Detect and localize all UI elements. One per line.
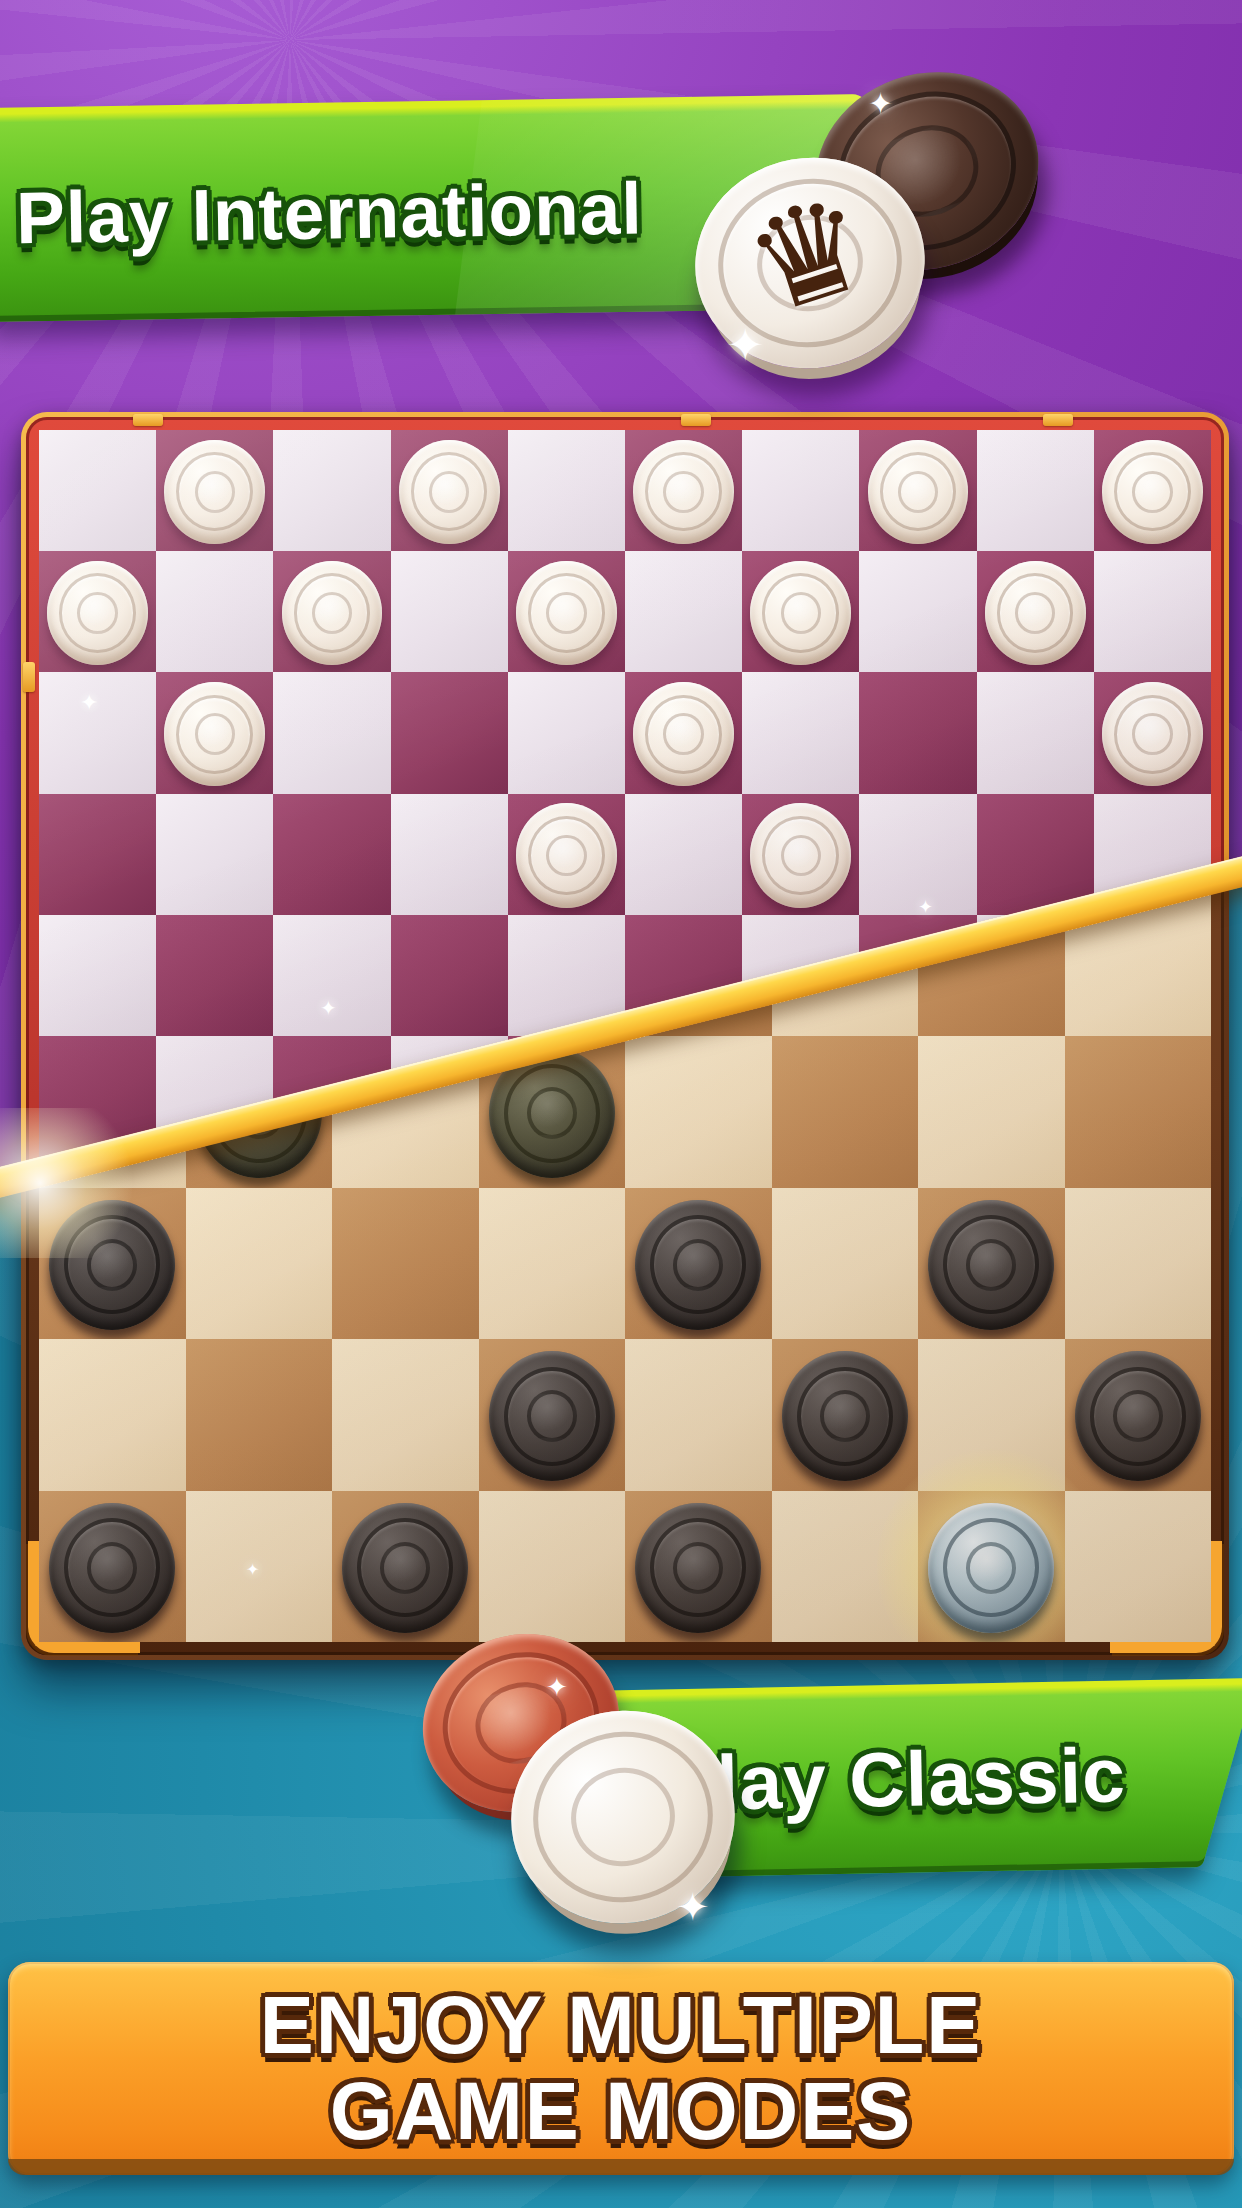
classic-dark-piece-r6c5 — [635, 1200, 761, 1330]
classic-dark-piece-r7c8 — [1075, 1351, 1201, 1481]
enjoy-multiple-game-modes-banner: ENJOY MULTIPLE GAME MODES — [8, 1962, 1234, 2175]
classic-square-r8c3 — [332, 1491, 479, 1643]
intl-square-r3c9 — [977, 672, 1094, 793]
classic-square-r7c8 — [1065, 1339, 1212, 1491]
classic-dark-piece-r7c4 — [489, 1351, 615, 1481]
classic-square-r8c1 — [39, 1491, 186, 1643]
intl-square-r3c10 — [1094, 672, 1211, 793]
intl-white-piece-r1c6 — [633, 440, 734, 544]
classic-square-r8c8 — [1065, 1491, 1212, 1643]
intl-square-r5c1 — [39, 915, 156, 1036]
promo-screen: Play International ♛ Play Classic ENJOY … — [0, 0, 1242, 2208]
intl-square-r3c6 — [625, 672, 742, 793]
intl-white-piece-r2c1 — [47, 561, 148, 665]
intl-square-r5c4 — [391, 915, 508, 1036]
intl-square-r1c9 — [977, 430, 1094, 551]
intl-square-r4c7 — [742, 794, 859, 915]
intl-white-piece-r1c2 — [164, 440, 265, 544]
classic-dark-piece-r6c1 — [49, 1200, 175, 1330]
intl-square-r1c10 — [1094, 430, 1211, 551]
classic-square-r6c4 — [479, 1188, 626, 1340]
intl-square-r1c7 — [742, 430, 859, 551]
classic-square-r6c2 — [186, 1188, 333, 1340]
intl-square-r1c1 — [39, 430, 156, 551]
classic-square-r5c6 — [772, 1036, 919, 1188]
classic-steel-piece-r8c7 — [928, 1503, 1054, 1633]
classic-square-r7c6 — [772, 1339, 919, 1491]
intl-square-r3c4 — [391, 672, 508, 793]
classic-square-r7c2 — [186, 1339, 333, 1491]
classic-square-r5c8 — [1065, 1036, 1212, 1188]
classic-square-r8c2 — [186, 1491, 333, 1643]
intl-square-r1c3 — [273, 430, 390, 551]
intl-square-r3c3 — [273, 672, 390, 793]
play-international-label: Play International — [15, 166, 643, 259]
frame-notch — [133, 414, 163, 426]
classic-square-r8c5 — [625, 1491, 772, 1643]
intl-square-r4c8 — [859, 794, 976, 915]
classic-square-r7c7 — [918, 1339, 1065, 1491]
intl-square-r3c5 — [508, 672, 625, 793]
intl-square-r2c3 — [273, 551, 390, 672]
classic-square-r6c7 — [918, 1188, 1065, 1340]
frame-notch — [23, 662, 35, 692]
intl-square-r2c6 — [625, 551, 742, 672]
classic-square-r5c5 — [625, 1036, 772, 1188]
intl-white-piece-r1c10 — [1102, 440, 1203, 544]
intl-white-piece-r4c5 — [516, 803, 617, 907]
intl-square-r2c2 — [156, 551, 273, 672]
classic-square-r6c5 — [625, 1188, 772, 1340]
intl-square-r1c8 — [859, 430, 976, 551]
classic-square-r7c1 — [39, 1339, 186, 1491]
intl-square-r4c3 — [273, 794, 390, 915]
intl-square-r1c5 — [508, 430, 625, 551]
intl-square-r5c2 — [156, 915, 273, 1036]
classic-dark-piece-r8c3 — [342, 1503, 468, 1633]
classic-square-r6c6 — [772, 1188, 919, 1340]
intl-white-piece-r3c6 — [633, 682, 734, 786]
classic-square-r7c5 — [625, 1339, 772, 1491]
intl-white-piece-r2c3 — [282, 561, 383, 665]
intl-square-r2c10 — [1094, 551, 1211, 672]
caption-line-2: GAME MODES — [330, 2069, 913, 2155]
crown-icon: ♛ — [728, 162, 888, 345]
classic-dark-piece-r8c1 — [49, 1503, 175, 1633]
intl-white-piece-r1c4 — [399, 440, 500, 544]
intl-square-r2c1 — [39, 551, 156, 672]
classic-square-r5c7 — [918, 1036, 1065, 1188]
classic-dark-piece-r8c5 — [635, 1503, 761, 1633]
classic-square-r8c4 — [479, 1491, 626, 1643]
intl-square-r2c5 — [508, 551, 625, 672]
intl-white-piece-r3c2 — [164, 682, 265, 786]
intl-square-r3c2 — [156, 672, 273, 793]
intl-square-r4c5 — [508, 794, 625, 915]
classic-square-r6c8 — [1065, 1188, 1212, 1340]
classic-square-r7c3 — [332, 1339, 479, 1491]
intl-white-piece-r3c10 — [1102, 682, 1203, 786]
classic-square-r7c4 — [479, 1339, 626, 1491]
intl-white-piece-r4c7 — [750, 803, 851, 907]
intl-square-r4c2 — [156, 794, 273, 915]
frame-notch — [1043, 414, 1073, 426]
classic-dark-piece-r6c7 — [928, 1200, 1054, 1330]
frame-notch — [681, 414, 711, 426]
classic-square-r8c7 — [918, 1491, 1065, 1643]
classic-dark-piece-r7c6 — [782, 1351, 908, 1481]
intl-square-r4c4 — [391, 794, 508, 915]
intl-square-r2c8 — [859, 551, 976, 672]
intl-square-r1c2 — [156, 430, 273, 551]
intl-square-r3c1 — [39, 672, 156, 793]
classic-square-r6c1 — [39, 1188, 186, 1340]
intl-square-r5c3 — [273, 915, 390, 1036]
intl-square-r2c7 — [742, 551, 859, 672]
intl-white-piece-r1c8 — [868, 440, 969, 544]
intl-square-r4c6 — [625, 794, 742, 915]
caption-line-1: ENJOY MULTIPLE — [260, 1983, 983, 2069]
intl-square-r3c7 — [742, 672, 859, 793]
intl-square-r1c6 — [625, 430, 742, 551]
intl-square-r2c4 — [391, 551, 508, 672]
classic-square-r8c6 — [772, 1491, 919, 1643]
intl-square-r4c1 — [39, 794, 156, 915]
intl-white-piece-r2c7 — [750, 561, 851, 665]
intl-square-r2c9 — [977, 551, 1094, 672]
classic-square-r6c3 — [332, 1188, 479, 1340]
intl-white-piece-r2c5 — [516, 561, 617, 665]
intl-square-r3c8 — [859, 672, 976, 793]
intl-white-piece-r2c9 — [985, 561, 1086, 665]
intl-square-r1c4 — [391, 430, 508, 551]
